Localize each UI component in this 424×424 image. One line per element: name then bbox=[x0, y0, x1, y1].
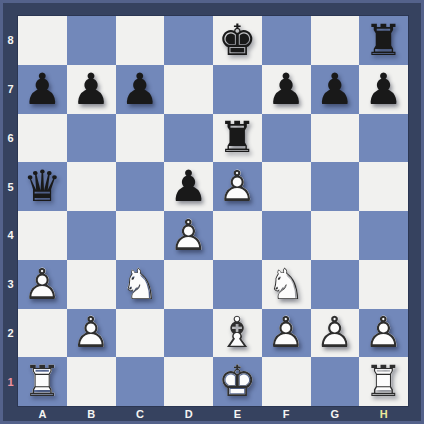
square-f5[interactable] bbox=[262, 162, 311, 211]
piece-black-rook[interactable]: ♜ bbox=[213, 114, 262, 163]
square-e4[interactable] bbox=[213, 211, 262, 260]
square-c2[interactable] bbox=[116, 309, 165, 358]
square-g2[interactable]: ♟♙ bbox=[311, 309, 360, 358]
rank-label-7: 7 bbox=[3, 65, 18, 114]
square-b8[interactable] bbox=[67, 16, 116, 65]
rank-label-1: 1 bbox=[3, 357, 18, 406]
file-label-b: B bbox=[67, 406, 116, 421]
piece-black-king[interactable]: ♚ bbox=[213, 16, 262, 65]
piece-white-pawn[interactable]: ♟♙ bbox=[359, 309, 408, 358]
square-g1[interactable] bbox=[311, 357, 360, 406]
rank-label-6: 6 bbox=[3, 114, 18, 163]
file-label-g: G bbox=[311, 406, 360, 421]
square-e6[interactable]: ♜ bbox=[213, 114, 262, 163]
file-label-e: E bbox=[213, 406, 262, 421]
square-a5[interactable]: ♛ bbox=[18, 162, 67, 211]
piece-white-pawn[interactable]: ♟♙ bbox=[18, 260, 67, 309]
square-b2[interactable]: ♟♙ bbox=[67, 309, 116, 358]
square-g7[interactable]: ♟ bbox=[311, 65, 360, 114]
square-d3[interactable] bbox=[164, 260, 213, 309]
square-a1[interactable]: ♜♖ bbox=[18, 357, 67, 406]
file-label-f: F bbox=[262, 406, 311, 421]
white-piece-outline: ♙ bbox=[267, 311, 306, 354]
square-h3[interactable] bbox=[359, 260, 408, 309]
square-e5[interactable]: ♟♙ bbox=[213, 162, 262, 211]
piece-white-pawn[interactable]: ♟♙ bbox=[311, 309, 360, 358]
piece-black-pawn[interactable]: ♟ bbox=[116, 65, 165, 114]
piece-black-pawn[interactable]: ♟ bbox=[164, 162, 213, 211]
board-frame: 8 7 6 5 4 3 2 1 ♚♜♟♟♟♟♟♟♜♛♟♟♙♟♙♟♙♞♘♞♘♟♙♝… bbox=[0, 0, 424, 424]
rank-label-8: 8 bbox=[3, 16, 18, 65]
square-h8[interactable]: ♜ bbox=[359, 16, 408, 65]
white-piece-outline: ♙ bbox=[218, 165, 257, 208]
piece-white-knight[interactable]: ♞♘ bbox=[262, 260, 311, 309]
square-h1[interactable]: ♜♖ bbox=[359, 357, 408, 406]
square-d6[interactable] bbox=[164, 114, 213, 163]
square-d5[interactable]: ♟ bbox=[164, 162, 213, 211]
file-label-h: H bbox=[359, 406, 408, 421]
square-g8[interactable] bbox=[311, 16, 360, 65]
piece-white-knight[interactable]: ♞♘ bbox=[116, 260, 165, 309]
file-label-c: C bbox=[116, 406, 165, 421]
square-a4[interactable] bbox=[18, 211, 67, 260]
square-b7[interactable]: ♟ bbox=[67, 65, 116, 114]
square-e7[interactable] bbox=[213, 65, 262, 114]
white-piece-outline: ♖ bbox=[364, 360, 403, 403]
file-label-a: A bbox=[18, 406, 67, 421]
piece-white-bishop[interactable]: ♝♗ bbox=[213, 309, 262, 358]
piece-white-rook[interactable]: ♜♖ bbox=[18, 357, 67, 406]
square-c5[interactable] bbox=[116, 162, 165, 211]
square-c4[interactable] bbox=[116, 211, 165, 260]
piece-black-pawn[interactable]: ♟ bbox=[359, 65, 408, 114]
square-c3[interactable]: ♞♘ bbox=[116, 260, 165, 309]
rank-labels: 8 7 6 5 4 3 2 1 bbox=[3, 16, 18, 406]
square-a7[interactable]: ♟ bbox=[18, 65, 67, 114]
square-f7[interactable]: ♟ bbox=[262, 65, 311, 114]
square-a2[interactable] bbox=[18, 309, 67, 358]
piece-white-pawn[interactable]: ♟♙ bbox=[164, 211, 213, 260]
file-label-d: D bbox=[164, 406, 213, 421]
piece-white-rook[interactable]: ♜♖ bbox=[359, 357, 408, 406]
square-f4[interactable] bbox=[262, 211, 311, 260]
piece-black-pawn[interactable]: ♟ bbox=[18, 65, 67, 114]
square-f6[interactable] bbox=[262, 114, 311, 163]
piece-white-king[interactable]: ♚♔ bbox=[213, 357, 262, 406]
chess-board: ♚♜♟♟♟♟♟♟♜♛♟♟♙♟♙♟♙♞♘♞♘♟♙♝♗♟♙♟♙♟♙♜♖♚♔♜♖ bbox=[18, 16, 408, 406]
square-f8[interactable] bbox=[262, 16, 311, 65]
square-f1[interactable] bbox=[262, 357, 311, 406]
square-c1[interactable] bbox=[116, 357, 165, 406]
white-piece-outline: ♙ bbox=[169, 214, 208, 257]
piece-white-pawn[interactable]: ♟♙ bbox=[262, 309, 311, 358]
square-d1[interactable] bbox=[164, 357, 213, 406]
piece-black-pawn[interactable]: ♟ bbox=[67, 65, 116, 114]
square-b6[interactable] bbox=[67, 114, 116, 163]
piece-black-rook[interactable]: ♜ bbox=[359, 16, 408, 65]
rank-label-3: 3 bbox=[3, 260, 18, 309]
square-g5[interactable] bbox=[311, 162, 360, 211]
piece-white-pawn[interactable]: ♟♙ bbox=[213, 162, 262, 211]
piece-white-pawn[interactable]: ♟♙ bbox=[67, 309, 116, 358]
square-e8[interactable]: ♚ bbox=[213, 16, 262, 65]
file-labels: A B C D E F G H bbox=[18, 406, 408, 421]
square-h6[interactable] bbox=[359, 114, 408, 163]
white-piece-outline: ♙ bbox=[364, 311, 403, 354]
piece-black-pawn[interactable]: ♟ bbox=[262, 65, 311, 114]
rank-label-4: 4 bbox=[3, 211, 18, 260]
square-d8[interactable] bbox=[164, 16, 213, 65]
rank-label-2: 2 bbox=[3, 309, 18, 358]
square-d2[interactable] bbox=[164, 309, 213, 358]
square-h7[interactable]: ♟ bbox=[359, 65, 408, 114]
square-e3[interactable] bbox=[213, 260, 262, 309]
white-piece-outline: ♖ bbox=[23, 360, 62, 403]
square-h5[interactable] bbox=[359, 162, 408, 211]
square-e1[interactable]: ♚♔ bbox=[213, 357, 262, 406]
white-piece-outline: ♔ bbox=[218, 360, 257, 403]
rank-label-5: 5 bbox=[3, 162, 18, 211]
white-piece-outline: ♘ bbox=[267, 263, 306, 306]
white-piece-outline: ♘ bbox=[121, 263, 160, 306]
white-piece-outline: ♗ bbox=[218, 311, 257, 354]
square-a6[interactable] bbox=[18, 114, 67, 163]
square-g3[interactable] bbox=[311, 260, 360, 309]
square-b1[interactable] bbox=[67, 357, 116, 406]
square-g6[interactable] bbox=[311, 114, 360, 163]
square-b4[interactable] bbox=[67, 211, 116, 260]
square-e2[interactable]: ♝♗ bbox=[213, 309, 262, 358]
square-d7[interactable] bbox=[164, 65, 213, 114]
square-a3[interactable]: ♟♙ bbox=[18, 260, 67, 309]
white-piece-outline: ♙ bbox=[72, 311, 111, 354]
square-f2[interactable]: ♟♙ bbox=[262, 309, 311, 358]
square-h4[interactable] bbox=[359, 211, 408, 260]
piece-black-pawn[interactable]: ♟ bbox=[311, 65, 360, 114]
square-c7[interactable]: ♟ bbox=[116, 65, 165, 114]
piece-black-queen[interactable]: ♛ bbox=[18, 162, 67, 211]
square-c6[interactable] bbox=[116, 114, 165, 163]
white-piece-outline: ♙ bbox=[316, 311, 355, 354]
square-c8[interactable] bbox=[116, 16, 165, 65]
square-h2[interactable]: ♟♙ bbox=[359, 309, 408, 358]
square-b5[interactable] bbox=[67, 162, 116, 211]
square-f3[interactable]: ♞♘ bbox=[262, 260, 311, 309]
square-d4[interactable]: ♟♙ bbox=[164, 211, 213, 260]
square-g4[interactable] bbox=[311, 211, 360, 260]
square-a8[interactable] bbox=[18, 16, 67, 65]
white-piece-outline: ♙ bbox=[23, 263, 62, 306]
square-b3[interactable] bbox=[67, 260, 116, 309]
